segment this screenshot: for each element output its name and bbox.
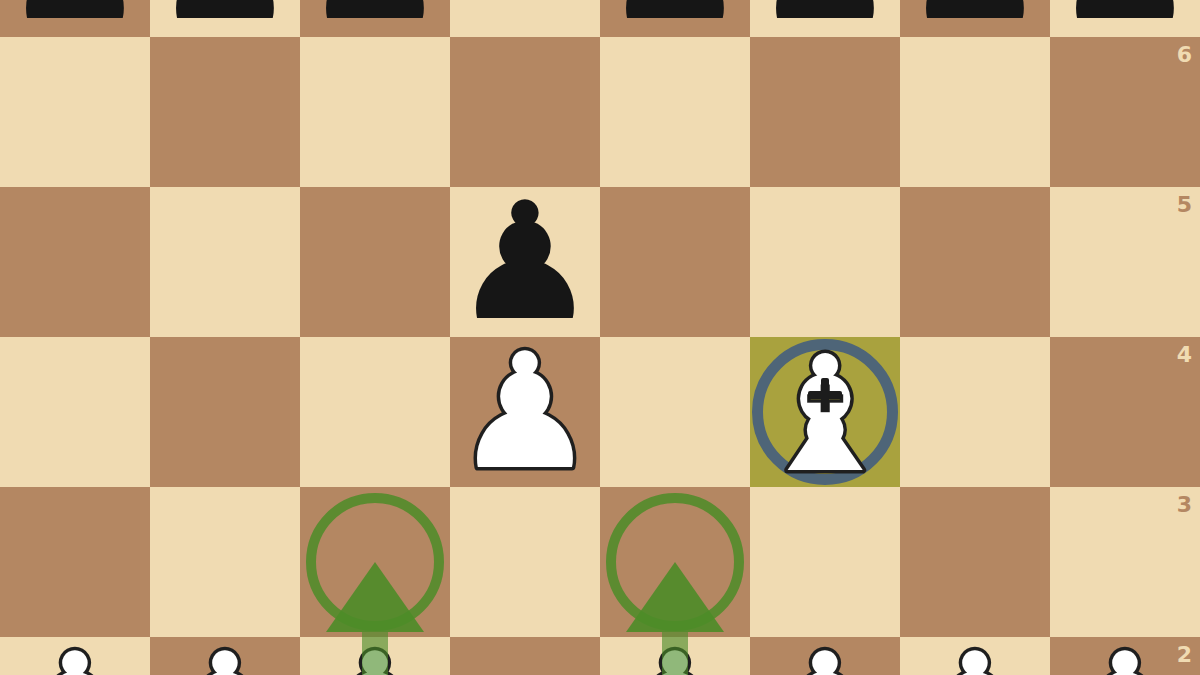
move-hint-arrow-shaft-e2 <box>662 632 688 675</box>
square-g3[interactable] <box>900 487 1050 637</box>
square-e5[interactable] <box>600 187 750 337</box>
black-pawn-b7[interactable]: ♟ <box>150 0 300 37</box>
square-b3[interactable] <box>150 487 300 637</box>
square-a5[interactable] <box>0 187 150 337</box>
white-pawn-f2[interactable]: ♟ <box>750 637 900 675</box>
rank-label-5: 5 <box>1050 194 1192 216</box>
square-d2[interactable] <box>450 637 600 675</box>
chess-app-screen: ♟♟♟♟♟♟♟♟♟♝♟♟♟♟♟♟♟65432 <box>0 0 1200 675</box>
piece-glyph: ♟ <box>153 618 296 675</box>
black-pawn-a7[interactable]: ♟ <box>0 0 150 37</box>
piece-glyph: ♟ <box>303 0 446 55</box>
square-c4[interactable] <box>300 337 450 487</box>
piece-glyph: ♝ <box>753 321 896 508</box>
square-b4[interactable] <box>150 337 300 487</box>
rank-label-6: 6 <box>1050 44 1192 66</box>
square-c6[interactable] <box>300 37 450 187</box>
move-hint-arrow-shaft-c2 <box>362 632 388 675</box>
square-g6[interactable] <box>900 37 1050 187</box>
white-pawn-b2[interactable]: ♟ <box>150 637 300 675</box>
piece-glyph: ♟ <box>603 0 746 55</box>
square-a6[interactable] <box>0 37 150 187</box>
white-pawn-d4[interactable]: ♟ <box>450 337 600 487</box>
square-f5[interactable] <box>750 187 900 337</box>
white-bishop-f4[interactable]: ♝ <box>750 337 900 487</box>
piece-glyph: ♟ <box>903 618 1046 675</box>
chessboard: ♟♟♟♟♟♟♟♟♟♝♟♟♟♟♟♟♟65432 <box>0 0 1200 675</box>
piece-glyph: ♟ <box>453 318 596 505</box>
rank-label-3: 3 <box>1050 494 1192 516</box>
square-b6[interactable] <box>150 37 300 187</box>
square-g4[interactable] <box>900 337 1050 487</box>
piece-glyph: ♟ <box>3 0 146 55</box>
bishop-cross-icon <box>821 378 829 412</box>
rank-label-2: 2 <box>1050 644 1192 666</box>
white-pawn-g2[interactable]: ♟ <box>900 637 1050 675</box>
black-pawn-e7[interactable]: ♟ <box>600 0 750 37</box>
rank-label-4: 4 <box>1050 344 1192 366</box>
black-pawn-g7[interactable]: ♟ <box>900 0 1050 37</box>
square-a3[interactable] <box>0 487 150 637</box>
piece-glyph: ♟ <box>753 0 896 55</box>
square-a4[interactable] <box>0 337 150 487</box>
square-d3[interactable] <box>450 487 600 637</box>
piece-glyph: ♟ <box>153 0 296 55</box>
square-e6[interactable] <box>600 37 750 187</box>
piece-glyph: ♟ <box>753 618 896 675</box>
black-pawn-f7[interactable]: ♟ <box>750 0 900 37</box>
square-d6[interactable] <box>450 37 600 187</box>
square-d7[interactable] <box>450 0 600 37</box>
square-f3[interactable] <box>750 487 900 637</box>
piece-glyph: ♟ <box>903 0 1046 55</box>
square-e4[interactable] <box>600 337 750 487</box>
piece-glyph: ♟ <box>3 618 146 675</box>
square-g5[interactable] <box>900 187 1050 337</box>
move-hint-arrowhead-e3 <box>626 562 724 632</box>
square-f6[interactable] <box>750 37 900 187</box>
move-hint-arrowhead-c3 <box>326 562 424 632</box>
black-pawn-d5[interactable]: ♟ <box>450 187 600 337</box>
black-pawn-h7[interactable]: ♟ <box>1050 0 1200 37</box>
square-c5[interactable] <box>300 187 450 337</box>
black-pawn-c7[interactable]: ♟ <box>300 0 450 37</box>
square-b5[interactable] <box>150 187 300 337</box>
white-pawn-a2[interactable]: ♟ <box>0 637 150 675</box>
